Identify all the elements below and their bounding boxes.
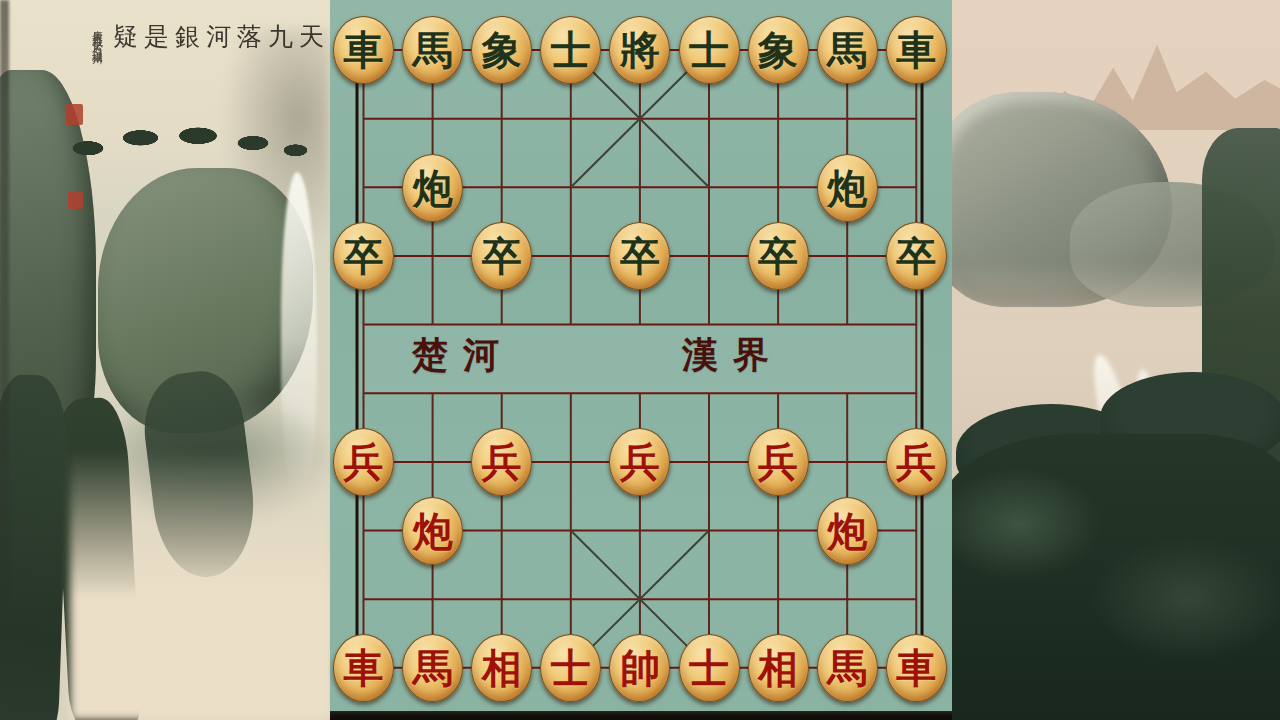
piece-black-象[interactable]: 象 xyxy=(748,16,809,84)
painting-left-edge xyxy=(0,0,9,600)
piece-layer: 車馬象士將士象馬車炮炮卒卒卒卒卒兵兵兵兵兵炮炮車馬相士帥士相馬車 xyxy=(329,16,951,703)
piece-red-兵[interactable]: 兵 xyxy=(471,428,532,496)
ridge-pine-trees xyxy=(58,116,308,168)
inscription-column: 城揚州 xyxy=(92,43,103,46)
right-landscape-painting xyxy=(952,0,1280,720)
piece-black-馬[interactable]: 馬 xyxy=(402,16,463,84)
inscription-column: 秋月 xyxy=(92,28,103,30)
piece-red-馬[interactable]: 馬 xyxy=(817,634,878,702)
piece-black-卒[interactable]: 卒 xyxy=(748,222,809,290)
piece-black-卒[interactable]: 卒 xyxy=(333,222,394,290)
piece-red-兵[interactable]: 兵 xyxy=(886,428,947,496)
calligraphy-verse: 疑是銀河落九天 xyxy=(112,20,330,60)
piece-red-帥[interactable]: 帥 xyxy=(609,634,670,702)
inscription-column: 於古 xyxy=(92,33,103,35)
piece-red-兵[interactable]: 兵 xyxy=(333,428,394,496)
red-seal-stamp xyxy=(68,192,83,209)
piece-black-車[interactable]: 車 xyxy=(886,16,947,84)
piece-red-炮[interactable]: 炮 xyxy=(402,497,463,565)
piece-black-卒[interactable]: 卒 xyxy=(609,222,670,290)
inscription-column: 一勺 xyxy=(92,38,103,40)
piece-black-士[interactable]: 士 xyxy=(540,16,601,84)
piece-black-士[interactable]: 士 xyxy=(679,16,740,84)
piece-red-馬[interactable]: 馬 xyxy=(402,634,463,702)
inscription-column: 庚辰年 xyxy=(92,22,103,25)
left-landscape-painting: 疑是銀河落九天 庚辰年 秋月 於古 一勺 城揚州 xyxy=(0,0,331,720)
piece-black-象[interactable]: 象 xyxy=(471,16,532,84)
piece-black-馬[interactable]: 馬 xyxy=(817,16,878,84)
foreground-pine-cliffs xyxy=(952,434,1280,720)
xiangqi-board: 楚河 漢界 車馬象士將士象馬車炮炮卒卒卒卒卒兵兵兵兵兵炮炮車馬相士帥士相馬車 xyxy=(330,0,952,720)
piece-black-卒[interactable]: 卒 xyxy=(471,222,532,290)
pine-column-left xyxy=(0,374,70,720)
piece-red-兵[interactable]: 兵 xyxy=(748,428,809,496)
piece-red-相[interactable]: 相 xyxy=(471,634,532,702)
bottom-mist xyxy=(70,450,331,720)
piece-black-將[interactable]: 將 xyxy=(609,16,670,84)
piece-red-車[interactable]: 車 xyxy=(333,634,394,702)
piece-red-炮[interactable]: 炮 xyxy=(817,497,878,565)
piece-black-卒[interactable]: 卒 xyxy=(886,222,947,290)
board-bottom-band xyxy=(330,711,952,720)
screenshot-stage: 疑是銀河落九天 庚辰年 秋月 於古 一勺 城揚州 楚河 漢界 車馬象士將士象馬車… xyxy=(0,0,1280,720)
calligraphy-inscription: 庚辰年 秋月 於古 一勺 城揚州 xyxy=(92,22,103,118)
piece-red-士[interactable]: 士 xyxy=(679,634,740,702)
red-seal-stamp xyxy=(66,104,83,125)
piece-red-士[interactable]: 士 xyxy=(540,634,601,702)
piece-black-車[interactable]: 車 xyxy=(333,16,394,84)
piece-red-相[interactable]: 相 xyxy=(748,634,809,702)
piece-black-炮[interactable]: 炮 xyxy=(402,154,463,222)
piece-black-炮[interactable]: 炮 xyxy=(817,154,878,222)
piece-red-車[interactable]: 車 xyxy=(886,634,947,702)
piece-red-兵[interactable]: 兵 xyxy=(609,428,670,496)
